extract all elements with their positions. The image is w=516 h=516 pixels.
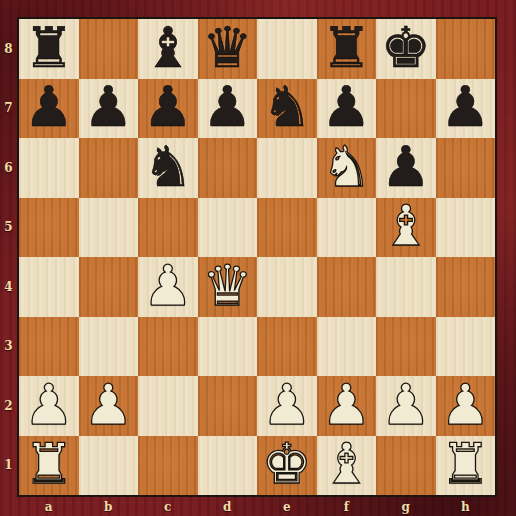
square-a4[interactable] [19, 257, 79, 317]
white-pawn[interactable]: ♟ [143, 258, 193, 314]
black-pawn[interactable]: ♟ [381, 139, 431, 195]
black-rook[interactable]: ♜ [24, 20, 74, 76]
square-g7[interactable] [376, 79, 436, 139]
black-pawn[interactable]: ♟ [440, 79, 490, 135]
rank-label-8: 8 [0, 19, 17, 79]
square-d5[interactable] [198, 198, 258, 258]
square-e5[interactable] [257, 198, 317, 258]
square-d3[interactable] [198, 317, 258, 377]
square-d7[interactable]: ♟ [198, 79, 258, 139]
file-label-e: e [257, 497, 317, 516]
square-c6[interactable]: ♞ [138, 138, 198, 198]
square-g1[interactable] [376, 436, 436, 496]
chess-board-screenshot: ♜♝♛♜♚♟♟♟♟♞♟♟♞♞♟♝♟♛♟♟♟♟♟♟♜♚♝♜ 87654321 ab… [0, 0, 516, 516]
white-knight[interactable]: ♞ [321, 139, 371, 195]
square-b2[interactable]: ♟ [79, 376, 139, 436]
square-f5[interactable] [317, 198, 377, 258]
square-e3[interactable] [257, 317, 317, 377]
black-pawn[interactable]: ♟ [143, 79, 193, 135]
square-a1[interactable]: ♜ [19, 436, 79, 496]
square-g3[interactable] [376, 317, 436, 377]
rank-label-7: 7 [0, 79, 17, 139]
square-f1[interactable]: ♝ [317, 436, 377, 496]
square-f3[interactable] [317, 317, 377, 377]
black-knight[interactable]: ♞ [143, 139, 193, 195]
square-a8[interactable]: ♜ [19, 19, 79, 79]
square-b8[interactable] [79, 19, 139, 79]
square-d4[interactable]: ♛ [198, 257, 258, 317]
black-pawn[interactable]: ♟ [321, 79, 371, 135]
rank-label-2: 2 [0, 376, 17, 436]
file-label-c: c [138, 497, 198, 516]
square-b6[interactable] [79, 138, 139, 198]
square-e6[interactable] [257, 138, 317, 198]
white-pawn[interactable]: ♟ [440, 377, 490, 433]
black-pawn[interactable]: ♟ [83, 79, 133, 135]
square-h1[interactable]: ♜ [436, 436, 496, 496]
square-h8[interactable] [436, 19, 496, 79]
file-labels: abcdefgh [19, 497, 495, 516]
rank-label-1: 1 [0, 436, 17, 496]
square-h2[interactable]: ♟ [436, 376, 496, 436]
square-e8[interactable] [257, 19, 317, 79]
square-f7[interactable]: ♟ [317, 79, 377, 139]
white-pawn[interactable]: ♟ [381, 377, 431, 433]
square-b7[interactable]: ♟ [79, 79, 139, 139]
square-h5[interactable] [436, 198, 496, 258]
file-label-b: b [79, 497, 139, 516]
rank-label-6: 6 [0, 138, 17, 198]
square-a2[interactable]: ♟ [19, 376, 79, 436]
file-label-h: h [436, 497, 496, 516]
square-c8[interactable]: ♝ [138, 19, 198, 79]
black-king[interactable]: ♚ [381, 20, 431, 76]
file-label-a: a [19, 497, 79, 516]
black-pawn[interactable]: ♟ [24, 79, 74, 135]
square-a5[interactable] [19, 198, 79, 258]
square-h4[interactable] [436, 257, 496, 317]
square-e7[interactable]: ♞ [257, 79, 317, 139]
white-bishop[interactable]: ♝ [321, 436, 371, 492]
white-bishop[interactable]: ♝ [381, 198, 431, 254]
square-b1[interactable] [79, 436, 139, 496]
rank-labels: 87654321 [0, 19, 17, 495]
black-pawn[interactable]: ♟ [202, 79, 252, 135]
black-rook[interactable]: ♜ [321, 20, 371, 76]
square-g2[interactable]: ♟ [376, 376, 436, 436]
white-pawn[interactable]: ♟ [321, 377, 371, 433]
square-b4[interactable] [79, 257, 139, 317]
rank-label-3: 3 [0, 317, 17, 377]
square-g5[interactable]: ♝ [376, 198, 436, 258]
square-c7[interactable]: ♟ [138, 79, 198, 139]
square-a6[interactable] [19, 138, 79, 198]
square-f4[interactable] [317, 257, 377, 317]
white-queen[interactable]: ♛ [202, 258, 252, 314]
square-c5[interactable] [138, 198, 198, 258]
square-a3[interactable] [19, 317, 79, 377]
square-a7[interactable]: ♟ [19, 79, 79, 139]
square-e1[interactable]: ♚ [257, 436, 317, 496]
square-h3[interactable] [436, 317, 496, 377]
file-label-d: d [198, 497, 258, 516]
black-knight[interactable]: ♞ [262, 79, 312, 135]
square-b5[interactable] [79, 198, 139, 258]
square-d8[interactable]: ♛ [198, 19, 258, 79]
square-c3[interactable] [138, 317, 198, 377]
square-e2[interactable]: ♟ [257, 376, 317, 436]
white-pawn[interactable]: ♟ [262, 377, 312, 433]
rank-label-5: 5 [0, 198, 17, 258]
rank-label-4: 4 [0, 257, 17, 317]
white-pawn[interactable]: ♟ [24, 377, 74, 433]
black-queen[interactable]: ♛ [202, 20, 252, 76]
file-label-g: g [376, 497, 436, 516]
square-f6[interactable]: ♞ [317, 138, 377, 198]
square-g8[interactable]: ♚ [376, 19, 436, 79]
chess-board: ♜♝♛♜♚♟♟♟♟♞♟♟♞♞♟♝♟♛♟♟♟♟♟♟♜♚♝♜ [17, 17, 497, 497]
square-f8[interactable]: ♜ [317, 19, 377, 79]
square-h7[interactable]: ♟ [436, 79, 496, 139]
square-c1[interactable] [138, 436, 198, 496]
square-h6[interactable] [436, 138, 496, 198]
square-d6[interactable] [198, 138, 258, 198]
square-d1[interactable] [198, 436, 258, 496]
square-g4[interactable] [376, 257, 436, 317]
square-c4[interactable]: ♟ [138, 257, 198, 317]
square-c2[interactable] [138, 376, 198, 436]
white-rook[interactable]: ♜ [440, 436, 490, 492]
file-label-f: f [317, 497, 377, 516]
square-d2[interactable] [198, 376, 258, 436]
square-e4[interactable] [257, 257, 317, 317]
square-b3[interactable] [79, 317, 139, 377]
white-rook[interactable]: ♜ [24, 436, 74, 492]
square-g6[interactable]: ♟ [376, 138, 436, 198]
white-pawn[interactable]: ♟ [83, 377, 133, 433]
white-king[interactable]: ♚ [262, 436, 312, 492]
black-bishop[interactable]: ♝ [143, 20, 193, 76]
square-f2[interactable]: ♟ [317, 376, 377, 436]
